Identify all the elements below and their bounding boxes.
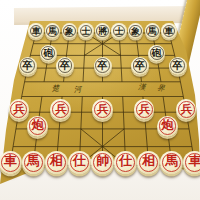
xiangqi-piece-red[interactable]: 兵 bbox=[176, 99, 196, 119]
piece-glyph: 馬 bbox=[48, 26, 57, 35]
xiangqi-piece-black[interactable]: 士 bbox=[111, 23, 127, 39]
xiangqi-piece-black[interactable]: 將 bbox=[95, 23, 111, 39]
piece-glyph: 象 bbox=[65, 26, 74, 35]
xiangqi-piece-black[interactable]: 車 bbox=[161, 23, 177, 39]
xiangqi-piece-black[interactable]: 卒 bbox=[131, 57, 149, 75]
pieces-layer: 車馬象士將士象馬車砲砲卒卒卒卒卒兵兵兵兵兵炮炮車馬相仕帥仕相馬車 bbox=[0, 0, 200, 200]
piece-glyph: 卒 bbox=[173, 60, 183, 70]
xiangqi-piece-red[interactable]: 車 bbox=[0, 151, 22, 174]
xiangqi-piece-red[interactable]: 仕 bbox=[114, 151, 137, 174]
piece-glyph: 砲 bbox=[152, 48, 162, 58]
piece-glyph: 卒 bbox=[60, 60, 70, 70]
xiangqi-piece-black[interactable]: 卒 bbox=[56, 57, 74, 75]
xiangqi-piece-black[interactable]: 卒 bbox=[169, 57, 187, 75]
piece-glyph: 馬 bbox=[165, 155, 178, 168]
photo-frame: 楚河漢界 車馬象士將士象馬車砲砲卒卒卒卒卒兵兵兵兵兵炮炮車馬相仕帥仕相馬車 bbox=[0, 0, 200, 200]
piece-glyph: 馬 bbox=[148, 26, 157, 35]
piece-glyph: 士 bbox=[82, 26, 91, 35]
piece-glyph: 車 bbox=[32, 26, 41, 35]
xiangqi-piece-red[interactable]: 兵 bbox=[134, 99, 154, 119]
xiangqi-piece-red[interactable]: 相 bbox=[45, 151, 68, 174]
piece-glyph: 象 bbox=[131, 26, 140, 35]
xiangqi-piece-red[interactable]: 馬 bbox=[160, 151, 183, 174]
xiangqi-piece-black[interactable]: 砲 bbox=[40, 45, 57, 62]
xiangqi-piece-black[interactable]: 象 bbox=[62, 23, 78, 39]
xiangqi-piece-black[interactable]: 馬 bbox=[45, 23, 61, 39]
piece-glyph: 兵 bbox=[97, 103, 108, 114]
piece-glyph: 炮 bbox=[32, 120, 44, 132]
piece-glyph: 將 bbox=[98, 26, 107, 35]
piece-glyph: 兵 bbox=[55, 103, 66, 114]
piece-glyph: 相 bbox=[50, 155, 63, 168]
piece-glyph: 卒 bbox=[22, 60, 32, 70]
piece-glyph: 馬 bbox=[27, 155, 40, 168]
xiangqi-piece-red[interactable]: 兵 bbox=[92, 99, 112, 119]
xiangqi-piece-red[interactable]: 炮 bbox=[27, 116, 48, 137]
xiangqi-piece-black[interactable]: 象 bbox=[128, 23, 144, 39]
piece-glyph: 士 bbox=[115, 26, 124, 35]
piece-glyph: 相 bbox=[142, 155, 155, 168]
xiangqi-piece-red[interactable]: 兵 bbox=[50, 99, 70, 119]
piece-glyph: 仕 bbox=[73, 155, 86, 168]
xiangqi-piece-red[interactable]: 炮 bbox=[157, 116, 178, 137]
piece-glyph: 兵 bbox=[13, 103, 24, 114]
xiangqi-piece-red[interactable]: 相 bbox=[137, 151, 160, 174]
xiangqi-piece-red[interactable]: 馬 bbox=[22, 151, 45, 174]
xiangqi-piece-black[interactable]: 士 bbox=[78, 23, 94, 39]
xiangqi-piece-black[interactable]: 卒 bbox=[94, 57, 112, 75]
xiangqi-piece-black[interactable]: 砲 bbox=[148, 45, 165, 62]
xiangqi-piece-red[interactable]: 車 bbox=[183, 151, 200, 174]
piece-glyph: 砲 bbox=[44, 48, 54, 58]
piece-glyph: 仕 bbox=[119, 155, 132, 168]
piece-glyph: 車 bbox=[165, 26, 174, 35]
xiangqi-piece-black[interactable]: 卒 bbox=[19, 57, 37, 75]
xiangqi-piece-red[interactable]: 帥 bbox=[91, 151, 114, 174]
xiangqi-piece-red[interactable]: 仕 bbox=[68, 151, 91, 174]
piece-glyph: 卒 bbox=[135, 60, 145, 70]
piece-glyph: 兵 bbox=[181, 103, 192, 114]
piece-glyph: 車 bbox=[188, 155, 200, 168]
piece-glyph: 兵 bbox=[139, 103, 150, 114]
xiangqi-piece-black[interactable]: 車 bbox=[28, 23, 44, 39]
xiangqi-piece-red[interactable]: 兵 bbox=[9, 99, 29, 119]
piece-glyph: 炮 bbox=[161, 120, 173, 132]
piece-glyph: 卒 bbox=[97, 60, 107, 70]
piece-glyph: 帥 bbox=[96, 155, 109, 168]
xiangqi-piece-black[interactable]: 馬 bbox=[145, 23, 161, 39]
piece-glyph: 車 bbox=[4, 155, 17, 168]
